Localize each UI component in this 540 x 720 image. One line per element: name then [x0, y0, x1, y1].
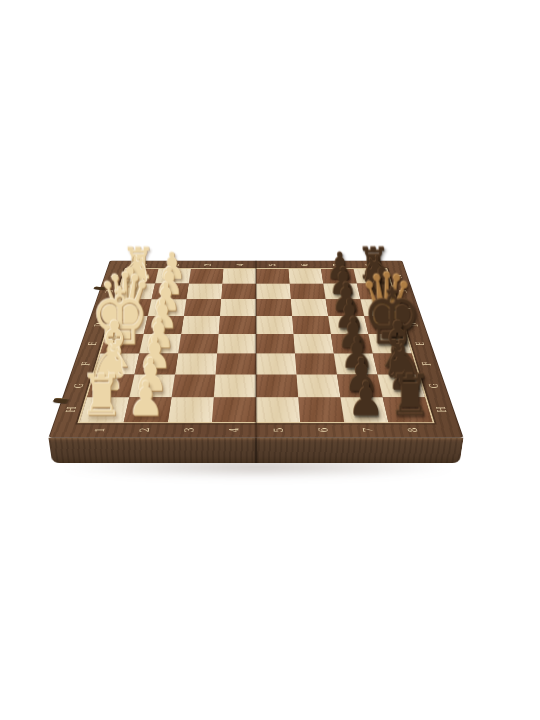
- scene-wrapper: 12345678 12345678 ABCDEFGH ABCDEFGH ♜♟♟♜…: [84, 162, 427, 505]
- board-top-face: 12345678 12345678 ABCDEFGH ABCDEFGH ♜♟♟♜…: [48, 261, 463, 438]
- square-e3: [178, 334, 218, 353]
- square-f5: [256, 353, 297, 374]
- chess-board: 12345678 12345678 ABCDEFGH ABCDEFGH ♜♟♟♜…: [48, 261, 463, 438]
- black-rook-h8: ♜: [389, 369, 432, 421]
- square-h2: ♟: [124, 397, 172, 422]
- square-h8: ♜: [383, 397, 433, 422]
- rank-label-top-3: 3: [197, 258, 217, 272]
- square-h3: [168, 397, 214, 422]
- square-d3: [181, 316, 220, 334]
- perspective-scene: 12345678 12345678 ABCDEFGH ABCDEFGH ♜♟♟♜…: [84, 162, 427, 505]
- square-c3: [184, 299, 221, 316]
- rank-label-top-2: 2: [165, 258, 186, 272]
- square-h7: ♟: [340, 397, 388, 422]
- square-h4: [212, 397, 256, 422]
- square-e4: [217, 334, 256, 353]
- square-c4: [220, 299, 256, 316]
- rank-label-top-7: 7: [326, 258, 347, 272]
- rank-label-top-4: 4: [230, 258, 249, 272]
- square-h1: ♜: [80, 397, 130, 422]
- square-g3: [172, 375, 216, 398]
- square-d5: [256, 316, 293, 334]
- square-d4: [219, 316, 256, 334]
- rank-label-top-1: 1: [132, 258, 154, 272]
- rank-label-top-6: 6: [294, 258, 314, 272]
- square-g4: [214, 375, 256, 398]
- white-pawn-h2: ♟: [128, 378, 164, 422]
- square-g6: [297, 375, 341, 398]
- black-pawn-h7: ♟: [348, 378, 384, 422]
- square-f3: [175, 353, 217, 374]
- square-h6: [298, 397, 344, 422]
- rank-label-top-5: 5: [263, 258, 282, 272]
- board-front-edge: [48, 438, 463, 463]
- square-b4: [221, 284, 256, 300]
- square-h5: [256, 397, 300, 422]
- square-b3: [186, 284, 222, 300]
- square-g5: [256, 375, 298, 398]
- rank-label-top-8: 8: [358, 258, 380, 272]
- square-b5: [256, 284, 291, 300]
- square-e5: [256, 334, 295, 353]
- white-rook-h1: ♜: [80, 369, 123, 421]
- square-d6: [292, 316, 331, 334]
- square-c5: [256, 299, 292, 316]
- square-f6: [295, 353, 337, 374]
- square-f4: [215, 353, 256, 374]
- square-b6: [290, 284, 326, 300]
- square-e6: [293, 334, 333, 353]
- fold-seam: [254, 261, 258, 438]
- square-c6: [291, 299, 328, 316]
- fold-seam-front: [254, 438, 258, 463]
- product-photo-stage: 12345678 12345678 ABCDEFGH ABCDEFGH ♜♟♟♜…: [0, 0, 540, 720]
